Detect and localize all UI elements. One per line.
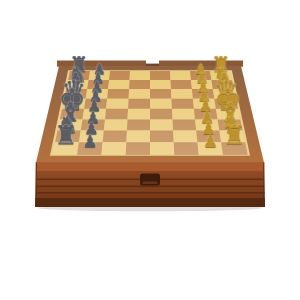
piece-gold-rook[interactable]: ♜ bbox=[221, 123, 247, 149]
piece-gold-pawn[interactable]: ♟ bbox=[202, 133, 219, 150]
piece-silver-pawn[interactable]: ♟ bbox=[81, 133, 98, 150]
piece-silver-rook[interactable]: ♜ bbox=[53, 123, 79, 149]
pieces-layer: ♜♟♟♜♞♟♟♞♝♟♟♝♛♟♟♛♚♟♟♚♝♟♟♝♞♟♟♞♜♟♟♜ bbox=[0, 0, 300, 300]
chess-set-photo: ♜♟♟♜♞♟♟♞♝♟♟♝♛♟♟♛♚♟♟♚♝♟♟♝♞♟♟♞♜♟♟♜ bbox=[0, 0, 300, 300]
